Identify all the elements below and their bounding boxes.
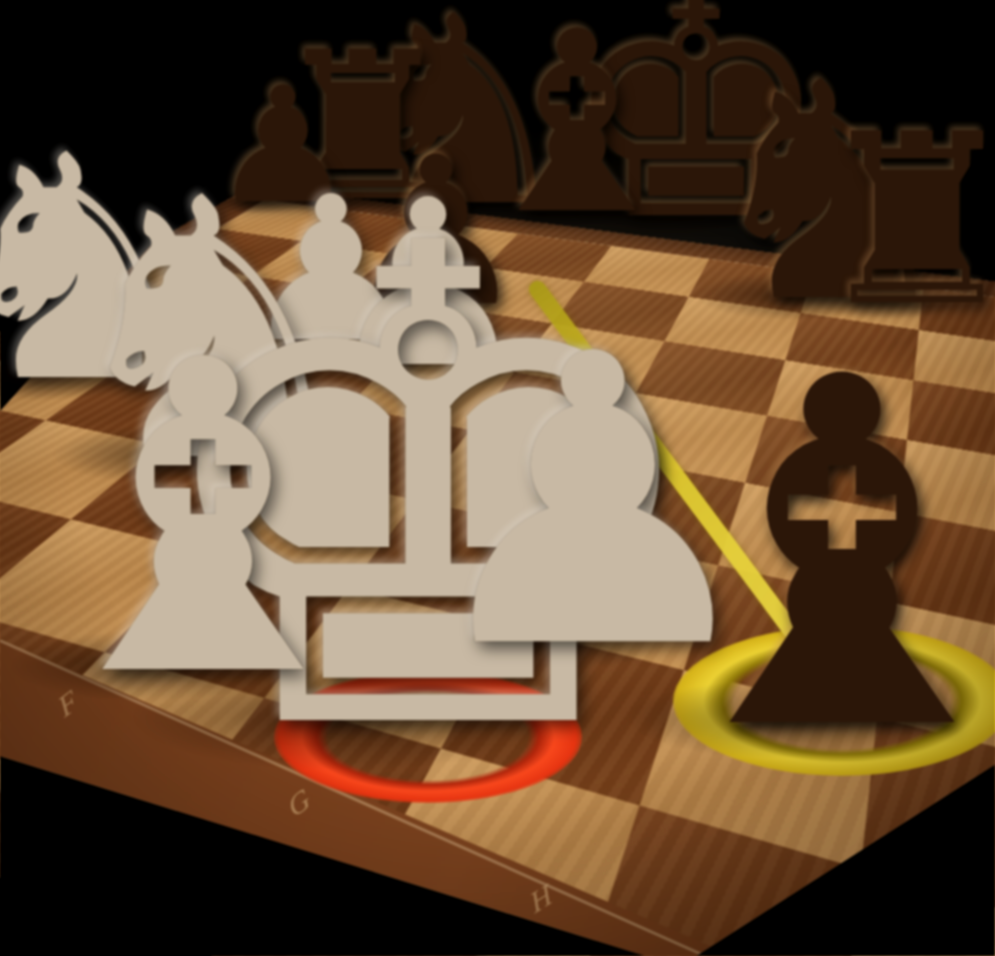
black-bishop-h1[interactable]: ♝	[627, 316, 995, 796]
chess-scene: FGH ♞♚♝♜♟♞♜♟♞♟♟♞♚♟♝♝	[0, 0, 995, 956]
scene-3d: FGH ♞♚♝♜♟♞♜♟♞♟♟♞♚♟♝♝	[0, 0, 995, 956]
white-bishop-f1[interactable]: ♝	[10, 305, 396, 735]
